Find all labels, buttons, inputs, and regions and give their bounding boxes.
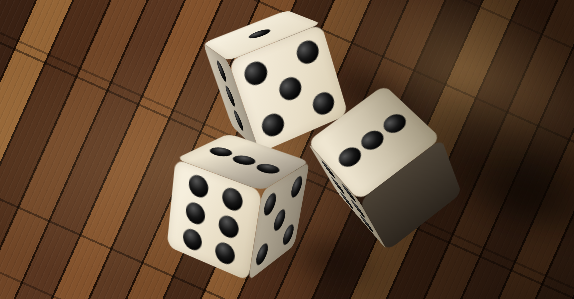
pip bbox=[290, 174, 304, 201]
pip bbox=[294, 37, 321, 67]
pip bbox=[221, 185, 244, 214]
pip bbox=[188, 172, 210, 200]
pip bbox=[259, 110, 287, 140]
pip bbox=[273, 206, 287, 234]
pip bbox=[252, 162, 283, 176]
dice-photo bbox=[0, 0, 574, 299]
pip bbox=[182, 226, 203, 253]
pip bbox=[224, 84, 237, 109]
die-bottom-left-cube bbox=[194, 146, 287, 263]
die-top-cube bbox=[215, 16, 330, 138]
pip bbox=[218, 213, 241, 241]
pip bbox=[357, 127, 388, 154]
pip bbox=[229, 154, 260, 167]
pip bbox=[255, 240, 270, 268]
pip bbox=[246, 28, 273, 40]
die-bottom-left bbox=[190, 156, 286, 252]
pip bbox=[263, 190, 278, 219]
pip bbox=[282, 221, 296, 248]
pip bbox=[310, 89, 337, 118]
pip bbox=[242, 58, 271, 88]
pip bbox=[379, 111, 410, 137]
pip bbox=[335, 143, 366, 170]
pip bbox=[215, 59, 228, 84]
die-right-cube bbox=[332, 111, 434, 222]
dice-layer bbox=[0, 0, 574, 299]
pip bbox=[276, 74, 304, 104]
die-right bbox=[338, 120, 434, 216]
pip bbox=[232, 108, 245, 133]
pip bbox=[206, 146, 237, 159]
pip bbox=[185, 199, 206, 227]
die-top bbox=[226, 30, 322, 126]
pip bbox=[214, 239, 236, 267]
